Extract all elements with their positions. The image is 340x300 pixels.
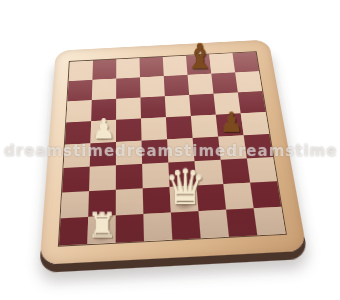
square-c7 xyxy=(116,77,140,98)
square-b3 xyxy=(89,165,116,191)
square-h1 xyxy=(254,207,286,235)
square-a2 xyxy=(61,191,89,218)
square-h8 xyxy=(233,52,259,72)
square-a3 xyxy=(62,167,90,193)
square-c5 xyxy=(116,119,142,142)
square-f1 xyxy=(198,210,228,238)
square-f7 xyxy=(188,74,214,95)
square-b5: ♟ xyxy=(90,120,116,143)
square-c2 xyxy=(116,188,144,215)
square-c1 xyxy=(116,214,144,243)
board-frame: ♝♟♟♛♜ xyxy=(40,40,307,265)
square-g7 xyxy=(211,72,238,93)
square-a5 xyxy=(65,121,91,145)
white-rook-b1: ♜ xyxy=(86,209,117,243)
square-e7 xyxy=(164,75,189,96)
black-pawn-g5: ♟ xyxy=(219,109,243,136)
square-b1: ♜ xyxy=(87,215,115,244)
square-g5: ♟ xyxy=(216,113,244,136)
square-f4 xyxy=(193,137,221,161)
square-b7 xyxy=(92,79,116,100)
square-g3 xyxy=(221,158,250,184)
square-c4 xyxy=(116,141,142,166)
square-a1 xyxy=(59,217,88,246)
square-a6 xyxy=(66,100,92,122)
square-h4 xyxy=(244,134,273,158)
square-g2 xyxy=(223,183,253,210)
square-a7 xyxy=(67,80,92,101)
square-e5 xyxy=(166,116,193,139)
square-g4 xyxy=(218,135,247,159)
square-d5 xyxy=(141,117,167,140)
square-c3 xyxy=(116,164,143,190)
square-d1 xyxy=(143,213,172,242)
board-play-area: ♝♟♟♛♜ xyxy=(58,51,287,247)
square-h7 xyxy=(235,71,262,92)
square-e4 xyxy=(167,138,194,163)
square-d6 xyxy=(140,96,165,118)
square-b4 xyxy=(90,142,116,167)
square-f8: ♝ xyxy=(186,55,211,75)
square-e6 xyxy=(165,95,191,117)
black-bishop-f8: ♝ xyxy=(184,40,215,74)
white-queen-e2: ♛ xyxy=(163,164,206,211)
square-a8 xyxy=(69,61,93,82)
square-e2: ♛ xyxy=(170,185,199,212)
square-h3 xyxy=(247,157,277,183)
square-c6 xyxy=(116,97,141,119)
square-b8 xyxy=(92,59,116,79)
square-e1 xyxy=(171,211,201,240)
white-pawn-b5: ♟ xyxy=(91,116,115,143)
square-h5 xyxy=(241,112,270,135)
square-f6 xyxy=(189,94,216,116)
square-d7 xyxy=(140,76,165,97)
square-f5 xyxy=(191,115,218,138)
square-c8 xyxy=(116,58,140,78)
chess-board: ♝♟♟♛♜ xyxy=(40,40,307,265)
square-g1 xyxy=(226,208,257,236)
square-a4 xyxy=(64,143,91,168)
square-d8 xyxy=(140,57,164,77)
square-h2 xyxy=(250,181,281,208)
